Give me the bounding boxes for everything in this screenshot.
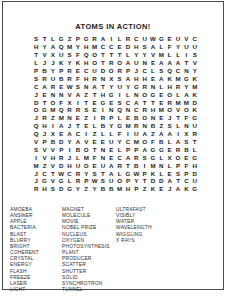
grid-cell-r1c2[interactable]: T [40, 35, 48, 43]
grid-cell-r2c18[interactable]: Y [174, 43, 182, 51]
grid-cell-r18c15[interactable]: K [149, 169, 157, 177]
grid-cell-r6c18[interactable]: M [174, 74, 182, 82]
grid-cell-r8c2[interactable]: E [40, 90, 48, 98]
grid-cell-r15c19[interactable]: B [182, 145, 190, 153]
grid-cell-r3c17[interactable]: L [166, 51, 174, 59]
grid-cell-r5c11[interactable]: R [115, 67, 123, 75]
grid-cell-r20c2[interactable]: H [40, 185, 48, 193]
grid-cell-r4c9[interactable]: T [99, 59, 107, 67]
grid-cell-r11c12[interactable]: E [124, 114, 132, 122]
grid-cell-r6c13[interactable]: H [132, 74, 140, 82]
grid-cell-r6c15[interactable]: E [149, 74, 157, 82]
grid-cell-r16c20[interactable]: G [191, 153, 199, 161]
grid-cell-r2c16[interactable]: L [157, 43, 165, 51]
grid-cell-r18c6[interactable]: R [74, 169, 82, 177]
grid-cell-r7c14[interactable]: R [140, 82, 148, 90]
grid-cell-r6c20[interactable]: K [191, 74, 199, 82]
grid-cell-r19c6[interactable]: R [74, 177, 82, 185]
grid-cell-r2c13[interactable]: H [132, 43, 140, 51]
grid-cell-r13c14[interactable]: A [140, 130, 148, 138]
grid-cell-r8c13[interactable]: N [132, 90, 140, 98]
grid-cell-r16c1[interactable]: I [32, 153, 40, 161]
grid-cell-r20c5[interactable]: G [65, 185, 73, 193]
grid-cell-r18c13[interactable]: W [132, 169, 140, 177]
grid-cell-r7c19[interactable]: Y [182, 82, 190, 90]
grid-cell-r12c6[interactable]: T [74, 122, 82, 130]
grid-cell-r4c19[interactable]: T [182, 59, 190, 67]
grid-cell-r11c14[interactable]: O [140, 114, 148, 122]
grid-cell-r8c4[interactable]: N [57, 90, 65, 98]
grid-cell-r14c3[interactable]: B [49, 138, 57, 146]
grid-cell-r9c11[interactable]: S [115, 98, 123, 106]
grid-cell-r5c6[interactable]: E [74, 67, 82, 75]
grid-cell-r19c1[interactable]: J [32, 177, 40, 185]
grid-cell-r18c16[interactable]: L [157, 169, 165, 177]
grid-cell-r7c11[interactable]: U [115, 82, 123, 90]
grid-cell-r9c2[interactable]: T [40, 98, 48, 106]
grid-cell-r7c8[interactable]: A [90, 82, 98, 90]
grid-cell-r15c13[interactable]: P [132, 145, 140, 153]
grid-cell-r9c18[interactable]: M [174, 98, 182, 106]
grid-cell-r17c12[interactable]: T [124, 161, 132, 169]
grid-cell-r15c5[interactable]: I [65, 145, 73, 153]
grid-cell-r7c7[interactable]: N [82, 82, 90, 90]
grid-cell-r15c9[interactable]: N [99, 145, 107, 153]
grid-cell-r10c13[interactable]: C [132, 106, 140, 114]
grid-cell-r18c10[interactable]: A [107, 169, 115, 177]
grid-cell-r17c5[interactable]: H [65, 161, 73, 169]
grid-cell-r3c11[interactable]: T [115, 51, 123, 59]
grid-cell-r13c17[interactable]: A [166, 130, 174, 138]
grid-cell-r16c13[interactable]: R [132, 153, 140, 161]
grid-cell-r2c1[interactable]: H [32, 43, 40, 51]
grid-cell-r2c20[interactable]: U [191, 43, 199, 51]
grid-cell-r14c1[interactable]: V [32, 138, 40, 146]
grid-cell-r2c7[interactable]: H [82, 43, 90, 51]
grid-cell-r4c10[interactable]: R [107, 59, 115, 67]
grid-cell-r6c1[interactable]: S [32, 74, 40, 82]
grid-cell-r12c12[interactable]: M [124, 122, 132, 130]
grid-cell-r12c1[interactable]: Q [32, 122, 40, 130]
grid-cell-r3c2[interactable]: V [40, 51, 48, 59]
grid-cell-r20c20[interactable]: G [191, 185, 199, 193]
grid-cell-r19c4[interactable]: G [57, 177, 65, 185]
grid-cell-r8c20[interactable]: K [191, 90, 199, 98]
grid-cell-r3c14[interactable]: Y [140, 51, 148, 59]
grid-cell-r7c3[interactable]: R [49, 82, 57, 90]
grid-cell-r3c19[interactable]: I [182, 51, 190, 59]
grid-cell-r8c10[interactable]: G [107, 90, 115, 98]
grid-cell-r20c15[interactable]: K [149, 185, 157, 193]
grid-cell-r18c3[interactable]: T [49, 169, 57, 177]
grid-cell-r12c16[interactable]: Z [157, 122, 165, 130]
grid-cell-r18c11[interactable]: L [115, 169, 123, 177]
grid-cell-r18c9[interactable]: T [99, 169, 107, 177]
grid-cell-r13c9[interactable]: L [99, 130, 107, 138]
grid-cell-r7c12[interactable]: Y [124, 82, 132, 90]
grid-cell-r1c9[interactable]: A [99, 35, 107, 43]
grid-cell-r19c3[interactable]: V [49, 177, 57, 185]
grid-cell-r20c7[interactable]: Z [82, 185, 90, 193]
grid-cell-r13c1[interactable]: Q [32, 130, 40, 138]
grid-cell-r18c8[interactable]: S [90, 169, 98, 177]
grid-cell-r13c6[interactable]: C [74, 130, 82, 138]
grid-cell-r5c17[interactable]: Q [166, 67, 174, 75]
grid-cell-r13c16[interactable]: A [157, 130, 165, 138]
grid-cell-r12c13[interactable]: R [132, 122, 140, 130]
grid-cell-r12c14[interactable]: N [140, 122, 148, 130]
grid-cell-r3c10[interactable]: T [107, 51, 115, 59]
grid-cell-r8c1[interactable]: J [32, 90, 40, 98]
grid-cell-r20c14[interactable]: Z [140, 185, 148, 193]
grid-cell-r11c17[interactable]: J [166, 114, 174, 122]
grid-cell-r2c19[interactable]: U [182, 43, 190, 51]
grid-cell-r10c16[interactable]: M [157, 106, 165, 114]
grid-cell-r20c16[interactable]: E [157, 185, 165, 193]
grid-cell-r5c15[interactable]: L [149, 67, 157, 75]
grid-cell-r7c20[interactable]: M [191, 82, 199, 90]
grid-cell-r2c11[interactable]: E [115, 43, 123, 51]
grid-cell-r17c11[interactable]: R [115, 161, 123, 169]
grid-cell-r7c13[interactable]: G [132, 82, 140, 90]
grid-cell-r2c6[interactable]: Y [74, 43, 82, 51]
grid-cell-r20c11[interactable]: M [115, 185, 123, 193]
grid-cell-r8c5[interactable]: V [65, 90, 73, 98]
grid-cell-r5c2[interactable]: B [40, 67, 48, 75]
grid-cell-r17c3[interactable]: V [49, 161, 57, 169]
grid-cell-r7c18[interactable]: R [174, 82, 182, 90]
grid-cell-r20c17[interactable]: J [166, 185, 174, 193]
grid-cell-r10c12[interactable]: N [124, 106, 132, 114]
grid-cell-r3c20[interactable]: S [191, 51, 199, 59]
grid-cell-r13c4[interactable]: E [57, 130, 65, 138]
grid-cell-r15c16[interactable]: G [157, 145, 165, 153]
grid-cell-r11c9[interactable]: R [99, 114, 107, 122]
grid-cell-r8c6[interactable]: A [74, 90, 82, 98]
grid-cell-r19c7[interactable]: P [82, 177, 90, 185]
grid-cell-r20c13[interactable]: P [132, 185, 140, 193]
grid-cell-r1c1[interactable]: S [32, 35, 40, 43]
grid-cell-r1c20[interactable]: C [191, 35, 199, 43]
grid-cell-r3c16[interactable]: M [157, 51, 165, 59]
grid-cell-r8c9[interactable]: H [99, 90, 107, 98]
grid-cell-r13c12[interactable]: I [124, 130, 132, 138]
grid-cell-r9c16[interactable]: E [157, 98, 165, 106]
grid-cell-r3c8[interactable]: O [90, 51, 98, 59]
grid-cell-r7c4[interactable]: E [57, 82, 65, 90]
grid-cell-r12c2[interactable]: H [40, 122, 48, 130]
grid-cell-r5c20[interactable]: Y [191, 67, 199, 75]
grid-cell-r18c17[interactable]: E [166, 169, 174, 177]
grid-cell-r6c9[interactable]: N [99, 74, 107, 82]
grid-cell-r6c12[interactable]: A [124, 74, 132, 82]
grid-cell-r11c10[interactable]: P [107, 114, 115, 122]
grid-cell-r7c9[interactable]: T [99, 82, 107, 90]
grid-cell-r13c18[interactable]: I [174, 130, 182, 138]
grid-cell-r2c12[interactable]: D [124, 43, 132, 51]
grid-cell-r16c3[interactable]: H [49, 153, 57, 161]
grid-cell-r13c10[interactable]: L [107, 130, 115, 138]
grid-cell-r4c4[interactable]: K [57, 59, 65, 67]
grid-cell-r16c12[interactable]: A [124, 153, 132, 161]
grid-cell-r16c9[interactable]: N [99, 153, 107, 161]
grid-cell-r11c13[interactable]: B [132, 114, 140, 122]
grid-cell-r3c1[interactable]: T [32, 51, 40, 59]
grid-cell-r8c12[interactable]: L [124, 90, 132, 98]
grid-cell-r4c6[interactable]: K [74, 59, 82, 67]
grid-cell-r14c2[interactable]: P [40, 138, 48, 146]
grid-cell-r1c16[interactable]: G [157, 35, 165, 43]
grid-cell-r6c17[interactable]: K [166, 74, 174, 82]
grid-cell-r16c15[interactable]: G [149, 153, 157, 161]
grid-cell-r6c8[interactable]: R [90, 74, 98, 82]
grid-cell-r3c13[interactable]: Y [132, 51, 140, 59]
grid-cell-r4c18[interactable]: A [174, 59, 182, 67]
grid-cell-r11c3[interactable]: Z [49, 114, 57, 122]
grid-cell-r1c17[interactable]: E [166, 35, 174, 43]
grid-cell-r12c20[interactable]: U [191, 122, 199, 130]
grid-cell-r9c1[interactable]: D [32, 98, 40, 106]
grid-cell-r1c5[interactable]: Z [65, 35, 73, 43]
grid-cell-r20c18[interactable]: A [174, 185, 182, 193]
grid-cell-r8c15[interactable]: G [149, 90, 157, 98]
grid-cell-r16c16[interactable]: L [157, 153, 165, 161]
grid-cell-r15c12[interactable]: P [124, 145, 132, 153]
grid-cell-r9c6[interactable]: I [74, 98, 82, 106]
grid-cell-r5c13[interactable]: J [132, 67, 140, 75]
grid-cell-r4c7[interactable]: H [82, 59, 90, 67]
grid-cell-r20c4[interactable]: D [57, 185, 65, 193]
grid-cell-r16c8[interactable]: F [90, 153, 98, 161]
grid-cell-r19c8[interactable]: W [90, 177, 98, 185]
grid-cell-r17c18[interactable]: P [174, 161, 182, 169]
grid-cell-r16c19[interactable]: E [182, 153, 190, 161]
grid-cell-r16c18[interactable]: O [174, 153, 182, 161]
grid-cell-r1c7[interactable]: G [82, 35, 90, 43]
grid-cell-r16c17[interactable]: X [166, 153, 174, 161]
grid-cell-r3c6[interactable]: F [74, 51, 82, 59]
grid-cell-r18c14[interactable]: P [140, 169, 148, 177]
grid-cell-r11c16[interactable]: E [157, 114, 165, 122]
grid-cell-r1c12[interactable]: R [124, 35, 132, 43]
grid-cell-r9c9[interactable]: G [99, 98, 107, 106]
grid-cell-r10c1[interactable]: O [32, 106, 40, 114]
grid-cell-r11c8[interactable]: I [90, 114, 98, 122]
grid-cell-r20c12[interactable]: H [124, 185, 132, 193]
grid-cell-r4c3[interactable]: J [49, 59, 57, 67]
grid-cell-r10c3[interactable]: M [49, 106, 57, 114]
grid-cell-r18c12[interactable]: G [124, 169, 132, 177]
grid-cell-r12c17[interactable]: S [166, 122, 174, 130]
grid-cell-r3c12[interactable]: L [124, 51, 132, 59]
grid-cell-r4c16[interactable]: A [157, 59, 165, 67]
grid-cell-r13c5[interactable]: A [65, 130, 73, 138]
grid-cell-r19c2[interactable]: G [40, 177, 48, 185]
grid-cell-r17c7[interactable]: O [82, 161, 90, 169]
grid-cell-r8c19[interactable]: A [182, 90, 190, 98]
grid-cell-r15c2[interactable]: V [40, 145, 48, 153]
grid-cell-r7c16[interactable]: L [157, 82, 165, 90]
grid-cell-r18c2[interactable]: C [40, 169, 48, 177]
grid-cell-r5c5[interactable]: R [65, 67, 73, 75]
grid-cell-r3c15[interactable]: V [149, 51, 157, 59]
grid-cell-r18c18[interactable]: S [174, 169, 182, 177]
grid-cell-r12c8[interactable]: L [90, 122, 98, 130]
grid-cell-r1c15[interactable]: W [149, 35, 157, 43]
grid-cell-r20c19[interactable]: K [182, 185, 190, 193]
grid-cell-r2c10[interactable]: C [107, 43, 115, 51]
grid-cell-r10c19[interactable]: O [182, 106, 190, 114]
grid-cell-r4c11[interactable]: O [115, 59, 123, 67]
grid-cell-r14c20[interactable]: T [191, 138, 199, 146]
grid-cell-r2c15[interactable]: A [149, 43, 157, 51]
grid-cell-r1c19[interactable]: V [182, 35, 190, 43]
grid-cell-r15c15[interactable]: G [149, 145, 157, 153]
grid-cell-r17c4[interactable]: D [57, 161, 65, 169]
grid-cell-r15c6[interactable]: B [74, 145, 82, 153]
grid-cell-r19c12[interactable]: P [124, 177, 132, 185]
grid-cell-r11c11[interactable]: L [115, 114, 123, 122]
grid-cell-r1c18[interactable]: U [174, 35, 182, 43]
grid-cell-r16c14[interactable]: S [140, 153, 148, 161]
grid-cell-r14c8[interactable]: E [90, 138, 98, 146]
grid-cell-r18c20[interactable]: D [191, 169, 199, 177]
grid-cell-r9c17[interactable]: R [166, 98, 174, 106]
grid-cell-r5c4[interactable]: P [57, 67, 65, 75]
grid-cell-r6c5[interactable]: R [65, 74, 73, 82]
grid-cell-r17c17[interactable]: L [166, 161, 174, 169]
grid-cell-r7c17[interactable]: H [166, 82, 174, 90]
grid-cell-r1c8[interactable]: R [90, 35, 98, 43]
grid-cell-r4c2[interactable]: J [40, 59, 48, 67]
grid-cell-r6c3[interactable]: U [49, 74, 57, 82]
grid-cell-r14c19[interactable]: S [182, 138, 190, 146]
grid-cell-r14c5[interactable]: Y [65, 138, 73, 146]
grid-cell-r13c2[interactable]: J [40, 130, 48, 138]
grid-cell-r20c1[interactable]: R [32, 185, 40, 193]
grid-cell-r1c13[interactable]: C [132, 35, 140, 43]
grid-cell-r7c2[interactable]: A [40, 82, 48, 90]
grid-cell-r16c4[interactable]: R [57, 153, 65, 161]
grid-cell-r9c19[interactable]: M [182, 98, 190, 106]
grid-cell-r20c8[interactable]: Y [90, 185, 98, 193]
grid-cell-r15c11[interactable]: L [115, 145, 123, 153]
grid-cell-r12c19[interactable]: N [182, 122, 190, 130]
grid-cell-r10c5[interactable]: R [65, 106, 73, 114]
grid-cell-r7c5[interactable]: W [65, 82, 73, 90]
grid-cell-r12c18[interactable]: L [174, 122, 182, 130]
grid-cell-r2c5[interactable]: M [65, 43, 73, 51]
grid-cell-r10c6[interactable]: R [74, 106, 82, 114]
grid-cell-r18c5[interactable]: C [65, 169, 73, 177]
grid-cell-r11c20[interactable]: G [191, 114, 199, 122]
grid-cell-r7c15[interactable]: N [149, 82, 157, 90]
grid-cell-r14c14[interactable]: O [140, 138, 148, 146]
grid-cell-r13c13[interactable]: U [132, 130, 140, 138]
grid-cell-r5c12[interactable]: P [124, 67, 132, 75]
grid-cell-r2c14[interactable]: S [140, 43, 148, 51]
grid-cell-r7c1[interactable]: C [32, 82, 40, 90]
grid-cell-r3c9[interactable]: T [99, 51, 107, 59]
grid-cell-r15c20[interactable]: L [191, 145, 199, 153]
grid-cell-r17c2[interactable]: Z [40, 161, 48, 169]
grid-cell-r1c10[interactable]: I [107, 35, 115, 43]
grid-cell-r5c8[interactable]: U [90, 67, 98, 75]
grid-cell-r11c7[interactable]: Z [82, 114, 90, 122]
grid-cell-r19c11[interactable]: O [115, 177, 123, 185]
grid-cell-r17c8[interactable]: E [90, 161, 98, 169]
grid-cell-r8c7[interactable]: Z [82, 90, 90, 98]
grid-cell-r19c20[interactable]: U [191, 177, 199, 185]
grid-cell-r6c2[interactable]: R [40, 74, 48, 82]
grid-cell-r5c7[interactable]: C [82, 67, 90, 75]
grid-cell-r4c15[interactable]: E [149, 59, 157, 67]
grid-cell-r19c9[interactable]: S [99, 177, 107, 185]
grid-cell-r16c6[interactable]: L [74, 153, 82, 161]
grid-cell-r5c18[interactable]: C [174, 67, 182, 75]
grid-cell-r14c18[interactable]: A [174, 138, 182, 146]
grid-cell-r1c11[interactable]: L [115, 35, 123, 43]
grid-cell-r18c19[interactable]: P [182, 169, 190, 177]
grid-cell-r14c12[interactable]: C [124, 138, 132, 146]
grid-cell-r15c1[interactable]: S [32, 145, 40, 153]
grid-cell-r9c20[interactable]: D [191, 98, 199, 106]
grid-cell-r13c3[interactable]: X [49, 130, 57, 138]
grid-cell-r13c15[interactable]: Z [149, 130, 157, 138]
grid-cell-r9c5[interactable]: X [65, 98, 73, 106]
grid-cell-r3c4[interactable]: U [57, 51, 65, 59]
grid-cell-r1c14[interactable]: U [140, 35, 148, 43]
grid-cell-r4c12[interactable]: A [124, 59, 132, 67]
grid-cell-r11c4[interactable]: M [57, 114, 65, 122]
grid-cell-r6c14[interactable]: H [140, 74, 148, 82]
grid-cell-r6c4[interactable]: B [57, 74, 65, 82]
grid-cell-r3c7[interactable]: Q [82, 51, 90, 59]
grid-cell-r10c14[interactable]: R [140, 106, 148, 114]
grid-cell-r5c19[interactable]: N [182, 67, 190, 75]
grid-cell-r6c7[interactable]: H [82, 74, 90, 82]
grid-cell-r14c4[interactable]: D [57, 138, 65, 146]
grid-cell-r13c19[interactable]: X [182, 130, 190, 138]
grid-cell-r4c13[interactable]: U [132, 59, 140, 67]
grid-cell-r1c3[interactable]: L [49, 35, 57, 43]
grid-cell-r9c4[interactable]: F [57, 98, 65, 106]
grid-cell-r17c9[interactable]: U [99, 161, 107, 169]
grid-cell-r19c17[interactable]: A [166, 177, 174, 185]
grid-cell-r16c5[interactable]: J [65, 153, 73, 161]
grid-cell-r5c10[interactable]: O [107, 67, 115, 75]
grid-cell-r11c19[interactable]: F [182, 114, 190, 122]
grid-cell-r6c19[interactable]: G [182, 74, 190, 82]
grid-cell-r20c10[interactable]: B [107, 185, 115, 193]
grid-cell-r3c3[interactable]: X [49, 51, 57, 59]
grid-cell-r10c10[interactable]: N [107, 106, 115, 114]
grid-cell-r10c8[interactable]: E [90, 106, 98, 114]
grid-cell-r6c6[interactable]: F [74, 74, 82, 82]
grid-cell-r14c15[interactable]: F [149, 138, 157, 146]
grid-cell-r4c8[interactable]: O [90, 59, 98, 67]
grid-cell-r18c4[interactable]: W [57, 169, 65, 177]
grid-cell-r5c16[interactable]: S [157, 67, 165, 75]
grid-cell-r19c16[interactable]: D [157, 177, 165, 185]
grid-cell-r6c10[interactable]: X [107, 74, 115, 82]
grid-cell-r19c15[interactable]: D [149, 177, 157, 185]
grid-cell-r12c7[interactable]: E [82, 122, 90, 130]
grid-cell-r15c8[interactable]: T [90, 145, 98, 153]
grid-cell-r9c10[interactable]: E [107, 98, 115, 106]
grid-cell-r8c3[interactable]: N [49, 90, 57, 98]
grid-cell-r2c3[interactable]: A [49, 43, 57, 51]
